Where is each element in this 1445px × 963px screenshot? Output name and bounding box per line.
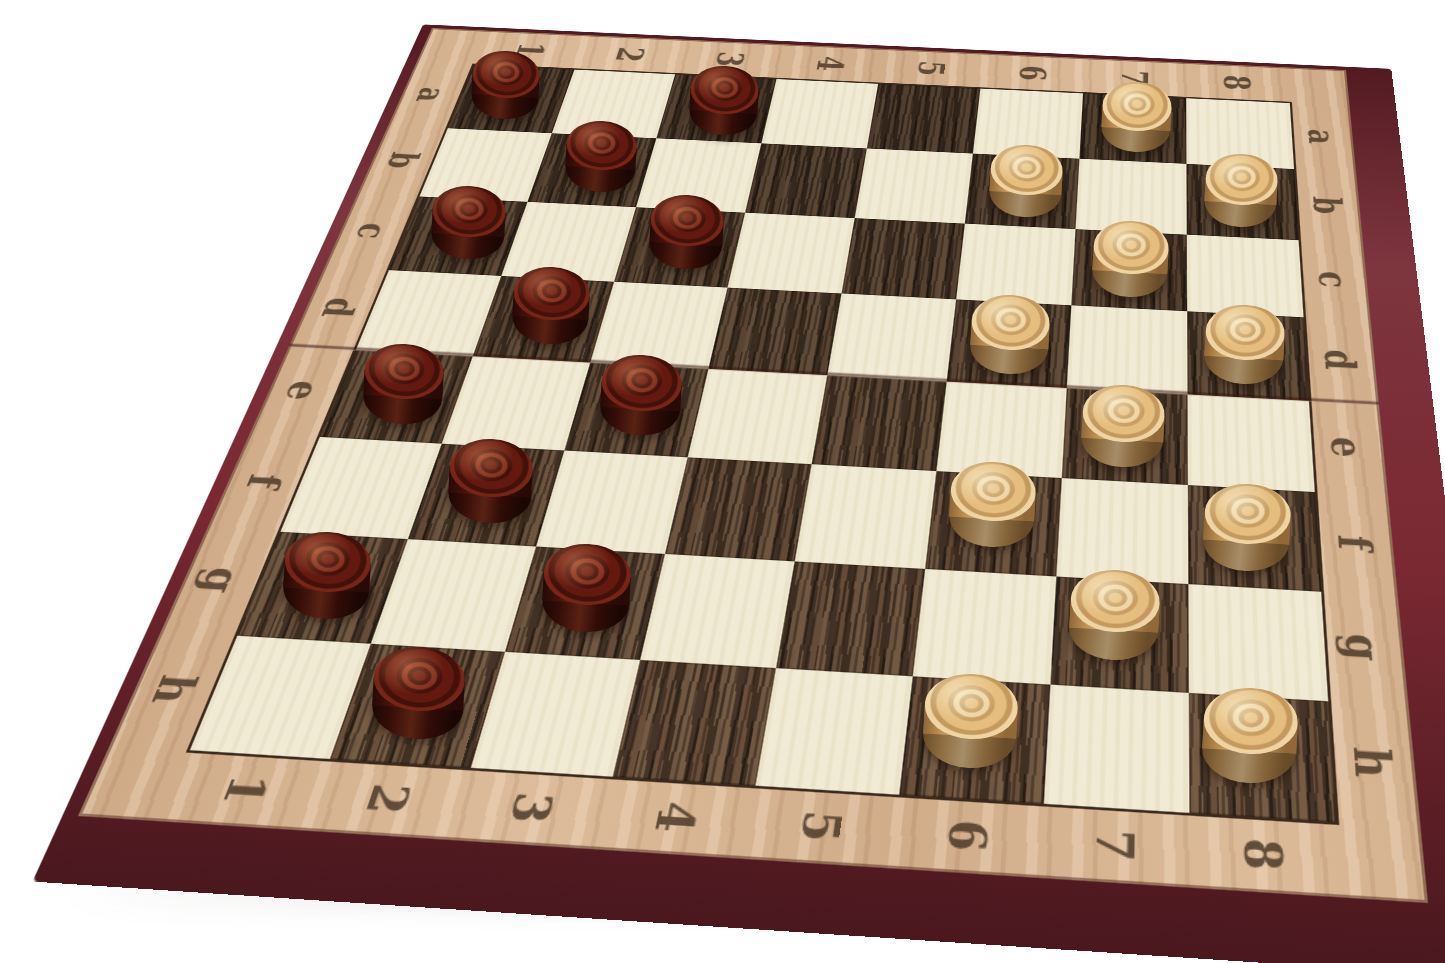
piece-dark-b2[interactable] — [564, 119, 638, 194]
piece-light-e7[interactable] — [1080, 383, 1166, 470]
piece-light-d6[interactable] — [969, 293, 1051, 376]
piece-dark-e3[interactable] — [599, 352, 683, 437]
piece-light-c7[interactable] — [1091, 219, 1170, 299]
pieces-layer — [0, 0, 1445, 963]
piece-dark-g1[interactable] — [281, 530, 372, 622]
piece-dark-g3[interactable] — [541, 542, 633, 635]
piece-dark-a3[interactable] — [688, 64, 760, 137]
piece-light-f8[interactable] — [1202, 482, 1293, 573]
piece-dark-f2[interactable] — [447, 437, 534, 525]
piece-dark-h2[interactable] — [371, 644, 467, 741]
piece-dark-a1[interactable] — [471, 49, 542, 121]
piece-dark-e1[interactable] — [362, 342, 445, 426]
piece-light-b8[interactable] — [1203, 152, 1279, 229]
piece-light-b6[interactable] — [988, 143, 1064, 219]
piece-dark-d2[interactable] — [511, 265, 591, 346]
piece-light-f6[interactable] — [948, 460, 1037, 550]
piece-light-a7[interactable] — [1100, 80, 1173, 154]
scene: 12345678 12345678 abcdefgh abcdefgh — [0, 0, 1445, 963]
piece-light-d8[interactable] — [1203, 303, 1286, 387]
piece-dark-c1[interactable] — [430, 184, 507, 261]
piece-light-h6[interactable] — [921, 671, 1019, 770]
piece-light-h8[interactable] — [1201, 685, 1300, 785]
piece-light-g7[interactable] — [1068, 567, 1162, 662]
piece-dark-c3[interactable] — [648, 193, 725, 271]
